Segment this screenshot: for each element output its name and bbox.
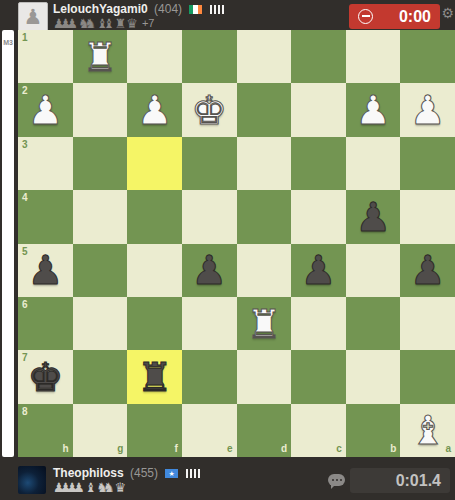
square-c5[interactable]: ♟	[291, 244, 346, 297]
rank-label-3: 3	[22, 140, 28, 150]
top-captured-pieces: ♟♟♟♞♞♝♝♜♛+7	[53, 17, 154, 30]
square-c2[interactable]	[291, 83, 346, 136]
square-f5[interactable]	[127, 244, 182, 297]
rank-label-1: 1	[22, 33, 28, 43]
square-e3[interactable]	[182, 137, 237, 190]
square-g4[interactable]	[73, 190, 128, 243]
top-player-name[interactable]: LelouchYagami0	[53, 2, 148, 16]
black-rook-f7[interactable]: ♜	[137, 357, 173, 397]
file-label-h: h	[63, 444, 69, 454]
black-pawn-h5[interactable]: ♟	[27, 250, 63, 290]
square-f4[interactable]	[127, 190, 182, 243]
white-king-e2[interactable]: ♚	[191, 90, 227, 130]
square-h5[interactable]: 5♟	[18, 244, 73, 297]
square-c6[interactable]	[291, 297, 346, 350]
file-label-a: a	[445, 444, 451, 454]
chess-board: 1♜2♟♟♚♟♟34♟5♟♟♟♟6♜7♚♜8hgfedcba♝	[18, 30, 455, 457]
file-label-e: e	[227, 444, 233, 454]
square-f1[interactable]	[127, 30, 182, 83]
square-e7[interactable]	[182, 350, 237, 403]
file-label-c: c	[336, 444, 342, 454]
square-e1[interactable]	[182, 30, 237, 83]
timeout-minus-circle-icon	[358, 9, 373, 24]
square-c3[interactable]	[291, 137, 346, 190]
square-h3[interactable]: 3	[18, 137, 73, 190]
square-a1[interactable]	[400, 30, 455, 83]
material-advantage: +7	[142, 17, 155, 29]
top-player-avatar[interactable]: ♟	[18, 2, 48, 32]
square-d5[interactable]	[237, 244, 292, 297]
rank-label-2: 2	[22, 86, 28, 96]
square-f2[interactable]: ♟	[127, 83, 182, 136]
white-pawn-f2[interactable]: ♟	[137, 90, 173, 130]
top-player-name-line: LelouchYagami0 (404)	[53, 3, 226, 17]
square-h8[interactable]: 8h	[18, 404, 73, 457]
black-pawn-c5[interactable]: ♟	[301, 250, 337, 290]
file-label-f: f	[175, 444, 178, 454]
square-f3[interactable]	[127, 137, 182, 190]
rank-label-8: 8	[22, 407, 28, 417]
bottom-player-avatar[interactable]	[18, 466, 46, 494]
eval-label: M3	[2, 39, 14, 46]
square-a4[interactable]	[400, 190, 455, 243]
white-pawn-h2[interactable]: ♟	[27, 90, 63, 130]
square-e8[interactable]: e	[182, 404, 237, 457]
square-e4[interactable]	[182, 190, 237, 243]
bottom-player-name[interactable]: Theophiloss	[53, 466, 124, 480]
square-b7[interactable]	[346, 350, 401, 403]
chat-icon[interactable]	[328, 474, 345, 486]
captured-knight-x2: ♞♞	[78, 17, 91, 30]
square-d6[interactable]: ♜	[237, 297, 292, 350]
square-d4[interactable]	[237, 190, 292, 243]
rank-label-4: 4	[22, 193, 28, 203]
square-h7[interactable]: 7♚	[18, 350, 73, 403]
bottom-player-clock: 0:01.4	[350, 468, 450, 493]
bottom-captured-pieces: ♟♟♟♟♝♞♞♛	[53, 481, 126, 494]
square-h6[interactable]: 6	[18, 297, 73, 350]
rank-label-6: 6	[22, 300, 28, 310]
square-a8[interactable]: a♝	[400, 404, 455, 457]
square-f8[interactable]: f	[127, 404, 182, 457]
captured-queen-x1: ♛	[115, 481, 122, 494]
somalia-flag-icon	[165, 469, 178, 478]
white-bishop-a8[interactable]: ♝	[410, 410, 446, 450]
bottom-player-name-line: Theophiloss (455)	[53, 467, 202, 481]
square-a5[interactable]: ♟	[400, 244, 455, 297]
square-g3[interactable]	[73, 137, 128, 190]
square-a7[interactable]	[400, 350, 455, 403]
square-c1[interactable]	[291, 30, 346, 83]
captured-rook-x1: ♜	[115, 17, 122, 30]
ireland-flag-icon	[189, 5, 202, 14]
square-c8[interactable]: c	[291, 404, 346, 457]
square-c4[interactable]	[291, 190, 346, 243]
top-player-clock: 0:00	[349, 4, 440, 29]
square-d1[interactable]	[237, 30, 292, 83]
white-pawn-b2[interactable]: ♟	[355, 90, 391, 130]
square-c7[interactable]	[291, 350, 346, 403]
square-a3[interactable]	[400, 137, 455, 190]
square-g6[interactable]	[73, 297, 128, 350]
bottom-clock-time: 0:01.4	[396, 472, 441, 490]
eval-bar: M3	[2, 30, 14, 457]
square-b6[interactable]	[346, 297, 401, 350]
square-d2[interactable]	[237, 83, 292, 136]
captured-pawn-x4: ♟♟♟♟	[53, 481, 80, 494]
captured-bishop-x1: ♝	[85, 481, 92, 494]
square-g5[interactable]	[73, 244, 128, 297]
chess-game-screen: ♟ LelouchYagami0 (404) ♟♟♟♞♞♝♝♜♛+7 0:00 …	[0, 0, 455, 500]
default-pawn-avatar-icon: ♟	[24, 7, 43, 28]
square-e2[interactable]: ♚	[182, 83, 237, 136]
square-d3[interactable]	[237, 137, 292, 190]
white-rook-d6[interactable]: ♜	[246, 304, 282, 344]
connection-bars-icon	[210, 4, 226, 17]
square-b2[interactable]: ♟	[346, 83, 401, 136]
captured-knight-x2: ♞♞	[96, 481, 109, 494]
white-pawn-a2[interactable]: ♟	[410, 90, 446, 130]
square-h4[interactable]: 4	[18, 190, 73, 243]
square-d8[interactable]: d	[237, 404, 292, 457]
square-b4[interactable]: ♟	[346, 190, 401, 243]
black-pawn-b4[interactable]: ♟	[355, 197, 391, 237]
square-d7[interactable]	[237, 350, 292, 403]
square-a6[interactable]	[400, 297, 455, 350]
connection-bars-icon	[186, 468, 202, 481]
bottom-player-rating: (455)	[130, 466, 158, 480]
black-pawn-e5[interactable]: ♟	[191, 250, 227, 290]
white-rook-g1[interactable]: ♜	[82, 37, 118, 77]
square-b5[interactable]	[346, 244, 401, 297]
square-g7[interactable]	[73, 350, 128, 403]
file-label-g: g	[117, 444, 123, 454]
top-clock-time: 0:00	[399, 8, 431, 26]
square-g1[interactable]: ♜	[73, 30, 128, 83]
black-king-h7[interactable]: ♚	[27, 357, 63, 397]
square-e5[interactable]: ♟	[182, 244, 237, 297]
square-f7[interactable]: ♜	[127, 350, 182, 403]
captured-bishop-x2: ♝♝	[96, 17, 109, 30]
top-player-rating: (404)	[154, 2, 182, 16]
square-f6[interactable]	[127, 297, 182, 350]
square-h1[interactable]: 1	[18, 30, 73, 83]
square-b8[interactable]: b	[346, 404, 401, 457]
square-g2[interactable]	[73, 83, 128, 136]
top-player-bar: ♟ LelouchYagami0 (404) ♟♟♟♞♞♝♝♜♛+7 0:00 …	[0, 0, 455, 34]
square-a2[interactable]: ♟	[400, 83, 455, 136]
black-pawn-a5[interactable]: ♟	[410, 250, 446, 290]
bottom-player-bar: Theophiloss (455) ♟♟♟♟♝♞♞♛ 0:01.4	[0, 463, 455, 500]
file-label-d: d	[281, 444, 287, 454]
square-b3[interactable]	[346, 137, 401, 190]
square-b1[interactable]	[346, 30, 401, 83]
captured-pawn-x3: ♟♟♟	[53, 17, 73, 30]
square-e6[interactable]	[182, 297, 237, 350]
square-h2[interactable]: 2♟	[18, 83, 73, 136]
file-label-b: b	[390, 444, 396, 454]
rank-label-5: 5	[22, 247, 28, 257]
rank-label-7: 7	[22, 353, 28, 363]
captured-queen-x1: ♛	[126, 17, 133, 30]
settings-gear-icon[interactable]: ⚙	[441, 6, 454, 20]
square-g8[interactable]: g	[73, 404, 128, 457]
